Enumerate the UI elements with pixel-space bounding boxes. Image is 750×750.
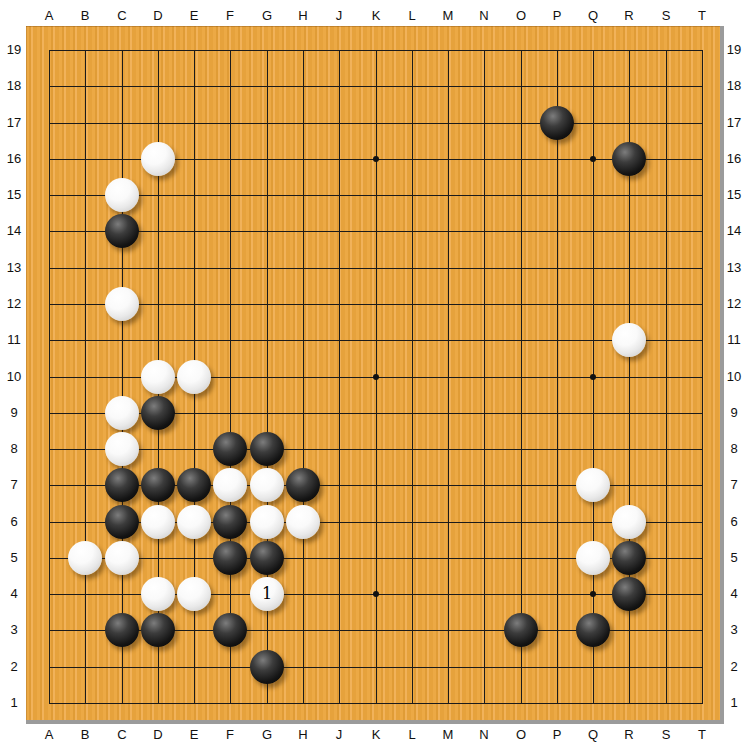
coord-label-bottom: D (147, 727, 169, 743)
coord-label-bottom: N (473, 727, 495, 743)
coord-label-right: 14 (721, 223, 747, 239)
stone-white[interactable] (177, 577, 211, 611)
coord-label-left: 14 (1, 223, 27, 239)
coord-label-top: J (328, 8, 350, 24)
stone-black[interactable] (141, 468, 175, 502)
coord-label-bottom: G (256, 727, 278, 743)
coord-label-right: 1 (721, 695, 747, 711)
coord-label-left: 16 (1, 151, 27, 167)
coord-label-bottom: A (38, 727, 60, 743)
coord-label-bottom: K (365, 727, 387, 743)
coord-label-bottom: R (618, 727, 640, 743)
stone-white[interactable] (250, 505, 284, 539)
coord-label-top: K (365, 8, 387, 24)
coord-label-right: 15 (721, 187, 747, 203)
grid-line-horizontal (49, 703, 703, 704)
coord-label-bottom: M (437, 727, 459, 743)
coord-label-top: N (473, 8, 495, 24)
coord-label-bottom: T (691, 727, 713, 743)
coord-label-bottom: E (183, 727, 205, 743)
coord-label-right: 4 (721, 586, 747, 602)
grid-line-vertical (521, 50, 522, 704)
stone-black[interactable] (250, 432, 284, 466)
stone-white[interactable] (141, 360, 175, 394)
stone-black[interactable] (105, 468, 139, 502)
coord-label-top: P (546, 8, 568, 24)
coord-label-right: 10 (721, 369, 747, 385)
coord-label-right: 7 (721, 477, 747, 493)
star-point (373, 156, 379, 162)
coord-label-top: Q (582, 8, 604, 24)
coord-label-right: 13 (721, 260, 747, 276)
stone-white[interactable] (250, 468, 284, 502)
stone-white[interactable] (612, 323, 646, 357)
stone-white[interactable] (141, 142, 175, 176)
stone-black[interactable] (250, 541, 284, 575)
stone-black[interactable] (141, 396, 175, 430)
coord-label-right: 17 (721, 115, 747, 131)
stone-white[interactable]: 1 (250, 577, 284, 611)
coord-label-left: 4 (1, 586, 27, 602)
coord-label-top: M (437, 8, 459, 24)
coord-label-right: 11 (721, 332, 747, 348)
stone-white[interactable] (105, 287, 139, 321)
grid-line-vertical (666, 50, 667, 704)
coord-label-top: L (401, 8, 423, 24)
coord-label-left: 5 (1, 550, 27, 566)
stone-black[interactable] (141, 613, 175, 647)
coord-label-bottom: B (74, 727, 96, 743)
coord-label-bottom: H (292, 727, 314, 743)
coord-label-top: B (74, 8, 96, 24)
stone-white[interactable] (177, 505, 211, 539)
stone-black[interactable] (105, 214, 139, 248)
coord-label-top: G (256, 8, 278, 24)
coord-label-top: D (147, 8, 169, 24)
stone-black[interactable] (213, 613, 247, 647)
stone-white[interactable] (141, 577, 175, 611)
coord-label-left: 7 (1, 477, 27, 493)
stone-black[interactable] (213, 432, 247, 466)
coord-label-bottom: F (219, 727, 241, 743)
coord-label-right: 3 (721, 622, 747, 638)
stone-black[interactable] (213, 541, 247, 575)
stone-black[interactable] (612, 541, 646, 575)
stone-white[interactable] (68, 541, 102, 575)
grid-line-vertical (702, 50, 703, 704)
stone-black[interactable] (540, 106, 574, 140)
coord-label-right: 6 (721, 514, 747, 530)
coord-label-bottom: Q (582, 727, 604, 743)
coord-label-bottom: O (510, 727, 532, 743)
stone-black[interactable] (504, 613, 538, 647)
grid-line-vertical (448, 50, 449, 704)
go-board-stage: AABBCCDDEEFFGGHHJJKKLLMMNNOOPPQQRRSSTT19… (0, 0, 750, 750)
coord-label-top: S (655, 8, 677, 24)
coord-label-right: 18 (721, 78, 747, 94)
stone-black[interactable] (576, 613, 610, 647)
move-number-label: 1 (262, 586, 272, 602)
stone-white[interactable] (177, 360, 211, 394)
coord-label-top: E (183, 8, 205, 24)
coord-label-right: 2 (721, 659, 747, 675)
stone-black[interactable] (250, 650, 284, 684)
coord-label-bottom: J (328, 727, 350, 743)
coord-label-bottom: S (655, 727, 677, 743)
stone-black[interactable] (612, 142, 646, 176)
coord-label-bottom: L (401, 727, 423, 743)
coord-label-top: R (618, 8, 640, 24)
star-point (373, 374, 379, 380)
stone-white[interactable] (576, 468, 610, 502)
stone-black[interactable] (105, 505, 139, 539)
coord-label-bottom: P (546, 727, 568, 743)
coord-label-top: T (691, 8, 713, 24)
coord-label-left: 8 (1, 441, 27, 457)
coord-label-left: 1 (1, 695, 27, 711)
coord-label-top: C (111, 8, 133, 24)
star-point (590, 156, 596, 162)
coord-label-right: 16 (721, 151, 747, 167)
stone-white[interactable] (105, 396, 139, 430)
stone-black[interactable] (213, 505, 247, 539)
grid-line-vertical (412, 50, 413, 704)
coord-label-left: 18 (1, 78, 27, 94)
stone-white[interactable] (105, 432, 139, 466)
grid-line-horizontal (49, 667, 703, 668)
coord-label-right: 19 (721, 42, 747, 58)
coord-label-left: 13 (1, 260, 27, 276)
coord-label-top: H (292, 8, 314, 24)
coord-label-right: 5 (721, 550, 747, 566)
stone-white[interactable] (576, 541, 610, 575)
coord-label-top: A (38, 8, 60, 24)
stone-white[interactable] (105, 178, 139, 212)
stone-black[interactable] (612, 577, 646, 611)
coord-label-left: 11 (1, 332, 27, 348)
stone-black[interactable] (105, 613, 139, 647)
stone-black[interactable] (177, 468, 211, 502)
coord-label-left: 17 (1, 115, 27, 131)
grid-line-vertical (484, 50, 485, 704)
coord-label-top: O (510, 8, 532, 24)
grid-line-horizontal (49, 449, 703, 450)
star-point (590, 591, 596, 597)
stone-white[interactable] (612, 505, 646, 539)
coord-label-left: 10 (1, 369, 27, 385)
coord-label-right: 12 (721, 296, 747, 312)
coord-label-left: 15 (1, 187, 27, 203)
coord-label-left: 9 (1, 405, 27, 421)
coord-label-right: 9 (721, 405, 747, 421)
coord-label-right: 8 (721, 441, 747, 457)
coord-label-top: F (219, 8, 241, 24)
stone-black[interactable] (286, 468, 320, 502)
coord-label-left: 12 (1, 296, 27, 312)
star-point (373, 591, 379, 597)
coord-label-left: 2 (1, 659, 27, 675)
coord-label-left: 19 (1, 42, 27, 58)
coord-label-bottom: C (111, 727, 133, 743)
grid-line-vertical (557, 50, 558, 704)
stone-white[interactable] (213, 468, 247, 502)
stone-white[interactable] (141, 505, 175, 539)
star-point (590, 374, 596, 380)
coord-label-left: 3 (1, 622, 27, 638)
stone-white[interactable] (286, 505, 320, 539)
coord-label-left: 6 (1, 514, 27, 530)
stone-white[interactable] (105, 541, 139, 575)
